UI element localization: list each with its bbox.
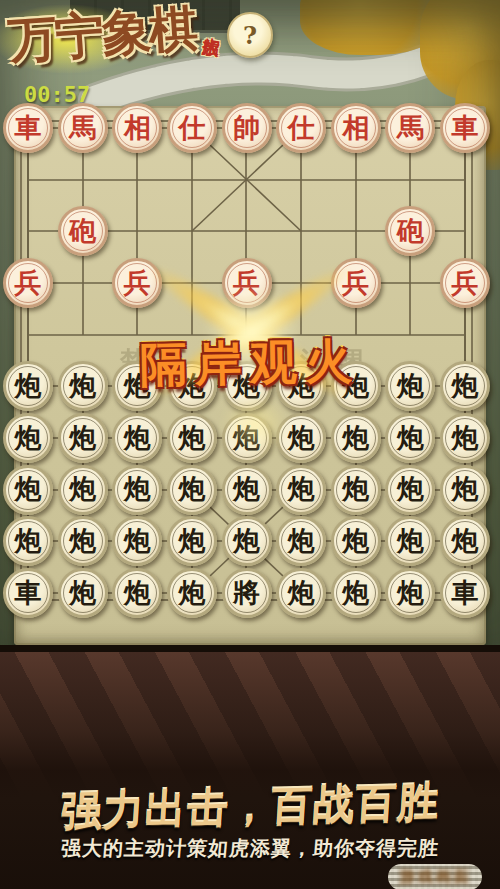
piece-red[interactable]: 仕: [276, 103, 326, 153]
piece-black[interactable]: 炮: [3, 465, 53, 515]
piece-black[interactable]: 炮: [276, 465, 326, 515]
watermark-text: 游戏画面: [399, 867, 471, 888]
piece-glyph: 車: [452, 579, 479, 606]
piece-black[interactable]: 炮: [58, 568, 108, 618]
piece-glyph: 相: [342, 114, 369, 141]
piece-black[interactable]: 炮: [167, 465, 217, 515]
piece-black[interactable]: 炮: [222, 516, 272, 566]
piece-glyph: 炮: [178, 579, 205, 606]
piece-glyph: 炮: [233, 475, 260, 502]
piece-red[interactable]: 馬: [58, 103, 108, 153]
piece-glyph: 炮: [124, 424, 151, 451]
piece-red[interactable]: 砲: [58, 206, 108, 256]
piece-glyph: 兵: [15, 269, 42, 296]
piece-black[interactable]: 炮: [222, 465, 272, 515]
piece-glyph: 仕: [178, 114, 205, 141]
piece-black[interactable]: 炮: [167, 516, 217, 566]
piece-black[interactable]: 炮: [3, 516, 53, 566]
piece-black[interactable]: 炮: [58, 413, 108, 463]
piece-red[interactable]: 車: [440, 103, 490, 153]
piece-glyph: 炮: [178, 475, 205, 502]
flame-glow-icon: [220, 395, 290, 455]
piece-glyph: 炮: [178, 527, 205, 554]
piece-glyph: 炮: [342, 579, 369, 606]
piece-glyph: 炮: [452, 424, 479, 451]
piece-glyph: 炮: [288, 579, 315, 606]
piece-red[interactable]: 相: [112, 103, 162, 153]
piece-black[interactable]: 車: [440, 568, 490, 618]
piece-black[interactable]: 將: [222, 568, 272, 618]
piece-glyph: 相: [124, 114, 151, 141]
game-screen: 万宁象棋 大招版 00:57 ?: [0, 0, 500, 889]
piece-black[interactable]: 炮: [331, 465, 381, 515]
piece-glyph: 炮: [15, 527, 42, 554]
piece-glyph: 炮: [397, 527, 424, 554]
piece-red[interactable]: 仕: [167, 103, 217, 153]
piece-glyph: 炮: [452, 475, 479, 502]
piece-glyph: 將: [233, 579, 260, 606]
piece-red[interactable]: 相: [331, 103, 381, 153]
piece-red[interactable]: 帥: [222, 103, 272, 153]
piece-black[interactable]: 炮: [385, 465, 435, 515]
piece-glyph: 車: [15, 579, 42, 606]
footer-panel: 强力出击，百战百胜 强大的主动计策如虎添翼，助你夺得完胜 游戏画面: [0, 645, 500, 889]
piece-black[interactable]: 炮: [3, 413, 53, 463]
piece-glyph: 兵: [452, 269, 479, 296]
piece-glyph: 馬: [69, 114, 96, 141]
strategy-banner: 隔岸观火: [0, 328, 500, 400]
piece-black[interactable]: 炮: [112, 413, 162, 463]
piece-glyph: 炮: [397, 475, 424, 502]
piece-glyph: 車: [15, 114, 42, 141]
piece-black[interactable]: 炮: [440, 413, 490, 463]
piece-glyph: 仕: [288, 114, 315, 141]
mosaic-watermark: 游戏画面: [388, 864, 482, 889]
piece-glyph: 炮: [397, 579, 424, 606]
piece-glyph: 炮: [178, 424, 205, 451]
piece-black[interactable]: 炮: [167, 568, 217, 618]
piece-glyph: 炮: [69, 475, 96, 502]
piece-glyph: 炮: [124, 527, 151, 554]
piece-glyph: 炮: [69, 424, 96, 451]
piece-glyph: 炮: [124, 475, 151, 502]
piece-glyph: 炮: [342, 527, 369, 554]
piece-black[interactable]: 車: [3, 568, 53, 618]
footer-headline: 强力出击，百战百胜: [0, 773, 500, 841]
piece-glyph: 炮: [342, 424, 369, 451]
piece-black[interactable]: 炮: [440, 516, 490, 566]
piece-glyph: 砲: [69, 217, 96, 244]
piece-black[interactable]: 炮: [112, 568, 162, 618]
piece-glyph: 炮: [124, 579, 151, 606]
piece-glyph: 炮: [15, 424, 42, 451]
piece-glyph: 炮: [397, 424, 424, 451]
piece-black[interactable]: 炮: [331, 568, 381, 618]
piece-glyph: 炮: [15, 475, 42, 502]
footer-subline: 强大的主动计策如虎添翼，助你夺得完胜: [0, 835, 500, 862]
piece-glyph: 炮: [233, 527, 260, 554]
piece-glyph: 炮: [288, 475, 315, 502]
piece-glyph: 砲: [397, 217, 424, 244]
piece-black[interactable]: 炮: [440, 465, 490, 515]
piece-glyph: 炮: [342, 475, 369, 502]
piece-black[interactable]: 炮: [331, 413, 381, 463]
piece-black[interactable]: 炮: [112, 465, 162, 515]
piece-red[interactable]: 兵: [3, 258, 53, 308]
piece-red[interactable]: 兵: [440, 258, 490, 308]
piece-black[interactable]: 炮: [58, 465, 108, 515]
piece-black[interactable]: 炮: [331, 516, 381, 566]
piece-glyph: 炮: [69, 527, 96, 554]
piece-black[interactable]: 炮: [167, 413, 217, 463]
piece-red[interactable]: 車: [3, 103, 53, 153]
piece-glyph: 炮: [288, 424, 315, 451]
piece-black[interactable]: 炮: [58, 516, 108, 566]
piece-glyph: 炮: [288, 527, 315, 554]
piece-black[interactable]: 炮: [276, 568, 326, 618]
piece-glyph: 炮: [69, 579, 96, 606]
piece-glyph: 炮: [452, 527, 479, 554]
piece-glyph: 馬: [397, 114, 424, 141]
piece-glyph: 帥: [233, 114, 260, 141]
piece-glyph: 車: [452, 114, 479, 141]
